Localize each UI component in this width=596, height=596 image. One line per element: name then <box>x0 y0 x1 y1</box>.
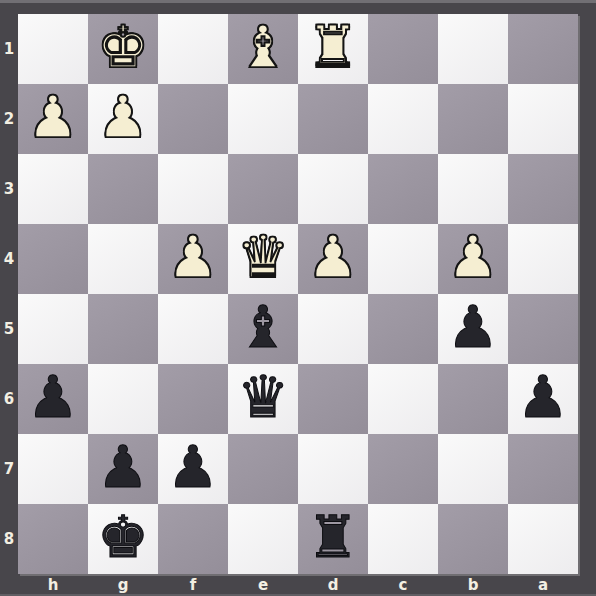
square-b8[interactable] <box>438 504 508 574</box>
square-c5[interactable] <box>368 294 438 364</box>
square-b7[interactable] <box>438 434 508 504</box>
square-d1[interactable]: ♜ <box>298 14 368 84</box>
square-h5[interactable] <box>18 294 88 364</box>
file-label-c: c <box>368 574 438 596</box>
square-a7[interactable] <box>508 434 578 504</box>
square-e8[interactable] <box>228 504 298 574</box>
square-e1[interactable]: ♝ <box>228 14 298 84</box>
square-g3[interactable] <box>88 154 158 224</box>
rank-label-1: 1 <box>0 14 18 84</box>
square-d3[interactable] <box>298 154 368 224</box>
square-b1[interactable] <box>438 14 508 84</box>
square-a6[interactable]: ♟ <box>508 364 578 434</box>
square-b4[interactable]: ♟ <box>438 224 508 294</box>
square-h6[interactable]: ♟ <box>18 364 88 434</box>
square-f3[interactable] <box>158 154 228 224</box>
square-h1[interactable] <box>18 14 88 84</box>
file-label-d: d <box>298 574 368 596</box>
white-rook[interactable]: ♜ <box>307 18 359 76</box>
square-e2[interactable] <box>228 84 298 154</box>
white-queen[interactable]: ♛ <box>237 228 289 286</box>
black-pawn[interactable]: ♟ <box>167 438 219 496</box>
square-g4[interactable] <box>88 224 158 294</box>
square-h8[interactable] <box>18 504 88 574</box>
square-e7[interactable] <box>228 434 298 504</box>
rank-label-2: 2 <box>0 84 18 154</box>
rank-label-5: 5 <box>0 294 18 364</box>
square-f4[interactable]: ♟ <box>158 224 228 294</box>
square-c4[interactable] <box>368 224 438 294</box>
square-a2[interactable] <box>508 84 578 154</box>
square-f2[interactable] <box>158 84 228 154</box>
square-a8[interactable] <box>508 504 578 574</box>
white-pawn[interactable]: ♟ <box>27 88 79 146</box>
square-g5[interactable] <box>88 294 158 364</box>
square-f6[interactable] <box>158 364 228 434</box>
square-f5[interactable] <box>158 294 228 364</box>
square-g6[interactable] <box>88 364 158 434</box>
square-b3[interactable] <box>438 154 508 224</box>
square-b2[interactable] <box>438 84 508 154</box>
white-king[interactable]: ♚ <box>97 18 149 76</box>
square-c1[interactable] <box>368 14 438 84</box>
rank-label-4: 4 <box>0 224 18 294</box>
square-h4[interactable] <box>18 224 88 294</box>
white-pawn[interactable]: ♟ <box>307 228 359 286</box>
white-pawn[interactable]: ♟ <box>447 228 499 286</box>
white-pawn[interactable]: ♟ <box>167 228 219 286</box>
square-c7[interactable] <box>368 434 438 504</box>
square-f8[interactable] <box>158 504 228 574</box>
black-king[interactable]: ♚ <box>97 508 149 566</box>
square-e5[interactable]: ♝ <box>228 294 298 364</box>
square-d6[interactable] <box>298 364 368 434</box>
file-label-e: e <box>228 574 298 596</box>
black-rook[interactable]: ♜ <box>307 508 359 566</box>
square-a3[interactable] <box>508 154 578 224</box>
black-queen[interactable]: ♛ <box>237 368 289 426</box>
square-g7[interactable]: ♟ <box>88 434 158 504</box>
square-h7[interactable] <box>18 434 88 504</box>
file-label-f: f <box>158 574 228 596</box>
white-pawn[interactable]: ♟ <box>97 88 149 146</box>
rank-label-3: 3 <box>0 154 18 224</box>
square-f1[interactable] <box>158 14 228 84</box>
square-a4[interactable] <box>508 224 578 294</box>
file-label-g: g <box>88 574 158 596</box>
white-bishop[interactable]: ♝ <box>237 18 289 76</box>
square-e4[interactable]: ♛ <box>228 224 298 294</box>
file-label-b: b <box>438 574 508 596</box>
square-c6[interactable] <box>368 364 438 434</box>
chess-board-widget: ♚♝♜♟♟♟♛♟♟♝♟♟♛♟♟♟♚♜ 12345678 hgfedcba <box>0 0 596 596</box>
square-b5[interactable]: ♟ <box>438 294 508 364</box>
square-a5[interactable] <box>508 294 578 364</box>
file-label-h: h <box>18 574 88 596</box>
black-pawn[interactable]: ♟ <box>517 368 569 426</box>
black-pawn[interactable]: ♟ <box>447 298 499 356</box>
square-a1[interactable] <box>508 14 578 84</box>
square-c8[interactable] <box>368 504 438 574</box>
square-d2[interactable] <box>298 84 368 154</box>
square-e6[interactable]: ♛ <box>228 364 298 434</box>
black-bishop[interactable]: ♝ <box>237 298 289 356</box>
square-g2[interactable]: ♟ <box>88 84 158 154</box>
square-d4[interactable]: ♟ <box>298 224 368 294</box>
file-label-a: a <box>508 574 578 596</box>
square-f7[interactable]: ♟ <box>158 434 228 504</box>
square-h2[interactable]: ♟ <box>18 84 88 154</box>
square-b6[interactable] <box>438 364 508 434</box>
square-c2[interactable] <box>368 84 438 154</box>
square-d8[interactable]: ♜ <box>298 504 368 574</box>
rank-label-7: 7 <box>0 434 18 504</box>
rank-label-8: 8 <box>0 504 18 574</box>
square-e3[interactable] <box>228 154 298 224</box>
black-pawn[interactable]: ♟ <box>27 368 79 426</box>
square-g8[interactable]: ♚ <box>88 504 158 574</box>
rank-label-6: 6 <box>0 364 18 434</box>
frame-top-highlight <box>0 0 596 3</box>
square-h3[interactable] <box>18 154 88 224</box>
black-pawn[interactable]: ♟ <box>97 438 149 496</box>
square-g1[interactable]: ♚ <box>88 14 158 84</box>
chess-board: ♚♝♜♟♟♟♛♟♟♝♟♟♛♟♟♟♚♜ <box>18 14 578 574</box>
square-d7[interactable] <box>298 434 368 504</box>
square-d5[interactable] <box>298 294 368 364</box>
square-c3[interactable] <box>368 154 438 224</box>
